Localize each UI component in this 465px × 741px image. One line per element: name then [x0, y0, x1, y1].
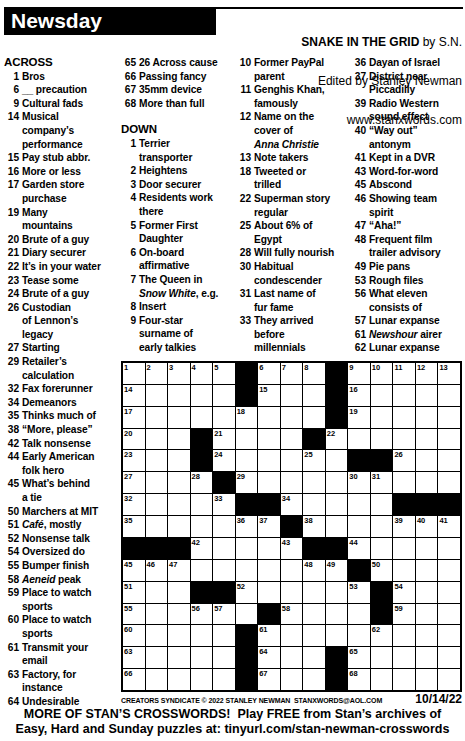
- clue-item: 40“Way out” antonym: [351, 124, 464, 151]
- grid-cell[interactable]: [371, 669, 393, 690]
- grid-cell[interactable]: [326, 625, 348, 646]
- clue-number: 54: [4, 545, 19, 559]
- grid-cell[interactable]: [438, 669, 460, 690]
- grid-cell[interactable]: [438, 472, 460, 493]
- grid-cell[interactable]: [213, 385, 235, 406]
- cell-number: 4: [192, 363, 196, 372]
- grid-cell[interactable]: [438, 582, 460, 603]
- grid-cell[interactable]: 68: [348, 669, 370, 690]
- grid-cell[interactable]: [438, 560, 460, 581]
- grid-cell[interactable]: [168, 385, 190, 406]
- clue-item: 47“Aha!”: [351, 219, 464, 233]
- grid-cell[interactable]: [326, 604, 348, 625]
- grid-cell[interactable]: 62: [371, 625, 393, 646]
- grid-cell[interactable]: 1: [123, 363, 145, 384]
- grid-cell[interactable]: [303, 407, 325, 428]
- cell-number: 57: [214, 604, 222, 613]
- cell-number: 20: [124, 429, 132, 438]
- clue-text: Passing fancy: [139, 70, 206, 84]
- clue-number: 19: [4, 206, 19, 233]
- clue-number: 39: [351, 97, 366, 124]
- grid-cell[interactable]: [416, 407, 438, 428]
- clue-text: Thinks much of: [22, 409, 96, 423]
- grid-cell[interactable]: [416, 560, 438, 581]
- clue-text: Lunar expanse: [369, 341, 440, 355]
- grid-cell[interactable]: [393, 385, 415, 406]
- grid-cell[interactable]: [348, 625, 370, 646]
- grid-cell[interactable]: [258, 450, 280, 471]
- clue-column-2: 6526 Across cause66Passing fancy6735mm d…: [121, 56, 233, 354]
- grid-cell[interactable]: 18: [236, 407, 258, 428]
- grid-cell[interactable]: [393, 669, 415, 690]
- grid-cell[interactable]: [213, 516, 235, 537]
- grid-cell[interactable]: [258, 560, 280, 581]
- grid-cell[interactable]: [191, 494, 213, 515]
- clue-text: Brute of a guy: [22, 287, 89, 301]
- grid-cell[interactable]: [281, 669, 303, 690]
- clue-column-4: 36Dayan of Israel37District near Piccadi…: [351, 56, 464, 355]
- grid-cell[interactable]: 32: [123, 494, 145, 515]
- grid-cell[interactable]: 31: [371, 472, 393, 493]
- grid-cell[interactable]: [348, 429, 370, 450]
- footer-line-2: Easy, Hard and Sunday puzzles at: tinyur…: [0, 722, 465, 737]
- grid-cell[interactable]: [348, 604, 370, 625]
- grid-cell[interactable]: 67: [258, 669, 280, 690]
- grid-cell[interactable]: [281, 472, 303, 493]
- grid-cell[interactable]: [326, 516, 348, 537]
- grid-cell-black: [281, 516, 303, 537]
- grid-cell[interactable]: 5: [213, 363, 235, 384]
- grid-cell[interactable]: 50: [371, 560, 393, 581]
- cell-number: 60: [124, 625, 132, 634]
- clue-item: 32Fax forerunner: [4, 382, 120, 396]
- grid-cell[interactable]: [258, 582, 280, 603]
- clue-text: Diary securer: [22, 246, 86, 260]
- grid-cell[interactable]: [393, 560, 415, 581]
- grid-cell[interactable]: 49: [326, 560, 348, 581]
- grid-cell[interactable]: [281, 407, 303, 428]
- clue-text: District near Piccadilly: [369, 70, 427, 97]
- grid-cell[interactable]: [236, 450, 258, 471]
- clue-text: Will fully nourish: [254, 246, 334, 260]
- clue-number: 18: [236, 165, 251, 192]
- clue-text: Oversized do: [22, 545, 85, 559]
- grid-cell[interactable]: [146, 472, 168, 493]
- clue-text: Former PayPal parent: [254, 56, 324, 83]
- clue-text: What eleven consists of: [369, 287, 427, 314]
- clue-text: Cultural fads: [22, 97, 83, 111]
- clue-item: 61Newshour airer: [351, 328, 464, 342]
- grid-cell[interactable]: 53: [348, 582, 370, 603]
- grid-cell[interactable]: [191, 647, 213, 668]
- grid-cell[interactable]: [371, 647, 393, 668]
- grid-cell[interactable]: [281, 582, 303, 603]
- grid-cell[interactable]: [303, 582, 325, 603]
- grid-cell[interactable]: 33: [213, 494, 235, 515]
- copyright-line: CREATORS SYNDICATE © 2022 STANLEY NEWMAN…: [121, 692, 462, 706]
- cell-number: 2: [147, 363, 151, 372]
- grid-cell[interactable]: [348, 516, 370, 537]
- grid-cell[interactable]: [416, 472, 438, 493]
- clue-number: 8: [121, 300, 136, 314]
- grid-cell[interactable]: [416, 538, 438, 559]
- grid-cell[interactable]: 14: [123, 385, 145, 406]
- clue-number: 45: [351, 178, 366, 192]
- grid-cell[interactable]: 45: [123, 560, 145, 581]
- clue-number: 1: [4, 70, 19, 84]
- grid-cell[interactable]: 44: [348, 538, 370, 559]
- clue-text: Rough files: [369, 274, 423, 288]
- clue-item: 6735mm device: [121, 83, 233, 97]
- grid-cell[interactable]: [348, 494, 370, 515]
- grid-cell[interactable]: 56: [191, 604, 213, 625]
- grid-cell[interactable]: 58: [281, 604, 303, 625]
- clue-number: 23: [4, 274, 19, 288]
- clue-item: 54Oversized do: [4, 545, 120, 559]
- cell-number: 31: [372, 472, 380, 481]
- grid-cell-black: [348, 450, 370, 471]
- grid-cell[interactable]: 7: [281, 363, 303, 384]
- grid-cell[interactable]: [168, 604, 190, 625]
- grid-cell[interactable]: 57: [213, 604, 235, 625]
- grid-cell[interactable]: [281, 450, 303, 471]
- clue-text: Retailer’s calculation: [22, 355, 74, 382]
- clue-number: 63: [4, 668, 19, 695]
- clue-text: Nonsense talk: [22, 532, 90, 546]
- clue-text: Heightens: [139, 164, 187, 178]
- clue-number: 22: [4, 260, 19, 274]
- grid-cell[interactable]: [258, 472, 280, 493]
- cell-number: 28: [192, 472, 200, 481]
- grid-cell[interactable]: [213, 560, 235, 581]
- grid-cell[interactable]: [168, 669, 190, 690]
- grid-cell[interactable]: [168, 472, 190, 493]
- grid-cell[interactable]: [191, 385, 213, 406]
- grid-cell[interactable]: [303, 472, 325, 493]
- grid-cell[interactable]: [393, 647, 415, 668]
- grid-cell[interactable]: [326, 494, 348, 515]
- grid-cell[interactable]: 41: [438, 516, 460, 537]
- grid-cell[interactable]: [371, 516, 393, 537]
- clue-item: 51Café, mostly: [4, 518, 120, 532]
- grid-cell[interactable]: [281, 385, 303, 406]
- grid-cell-black: [371, 604, 393, 625]
- grid-cell[interactable]: 8: [303, 363, 325, 384]
- cell-number: 24: [214, 450, 222, 459]
- clue-text: Residents work there: [139, 191, 213, 218]
- grid-cell[interactable]: [191, 625, 213, 646]
- clue-number: 41: [351, 151, 366, 165]
- grid-cell[interactable]: 60: [123, 625, 145, 646]
- grid-cell[interactable]: [146, 647, 168, 668]
- grid-cell[interactable]: [146, 450, 168, 471]
- grid-cell-black: [348, 560, 370, 581]
- grid-cell[interactable]: [258, 538, 280, 559]
- grid-cell-black: [326, 538, 348, 559]
- grid-cell[interactable]: [303, 647, 325, 668]
- grid-cell[interactable]: 37: [258, 516, 280, 537]
- grid-cell[interactable]: [258, 407, 280, 428]
- grid-cell[interactable]: [146, 625, 168, 646]
- clue-number: 22: [236, 192, 251, 219]
- grid-cell[interactable]: [191, 516, 213, 537]
- grid-cell[interactable]: 30: [348, 472, 370, 493]
- clue-text: Brute of a guy: [22, 233, 89, 247]
- grid-cell[interactable]: [416, 647, 438, 668]
- grid-cell[interactable]: [371, 407, 393, 428]
- grid-cell[interactable]: [213, 625, 235, 646]
- grid-cell[interactable]: [236, 538, 258, 559]
- grid-cell-black: [416, 494, 438, 515]
- grid-cell[interactable]: [168, 450, 190, 471]
- cell-number: 37: [259, 516, 267, 525]
- grid-cell[interactable]: 15: [258, 385, 280, 406]
- grid-cell[interactable]: 64: [258, 647, 280, 668]
- cell-number: 7: [282, 363, 286, 372]
- grid-cell[interactable]: [303, 385, 325, 406]
- grid-cell[interactable]: 24: [213, 450, 235, 471]
- clue-text: Café, mostly: [22, 518, 81, 532]
- cell-number: 39: [394, 516, 402, 525]
- clue-number: 65: [121, 56, 136, 70]
- grid-cell[interactable]: 27: [123, 472, 145, 493]
- puzzle-title-line: SNAKE IN THE GRID by S.N.: [301, 36, 462, 49]
- grid-cell[interactable]: 22: [326, 429, 348, 450]
- clue-text: Early American folk hero: [22, 450, 94, 477]
- clue-text: Kept in a DVR: [369, 151, 435, 165]
- cell-number: 30: [349, 472, 357, 481]
- grid-cell[interactable]: [438, 538, 460, 559]
- grid-cell[interactable]: [168, 429, 190, 450]
- clue-text: More or less: [22, 165, 81, 179]
- grid-cell[interactable]: [168, 582, 190, 603]
- down-header: DOWN: [121, 123, 233, 137]
- grid-cell[interactable]: 12: [416, 363, 438, 384]
- grid-cell[interactable]: [281, 625, 303, 646]
- grid-cell[interactable]: [393, 538, 415, 559]
- grid-cell[interactable]: [303, 604, 325, 625]
- grid-cell[interactable]: 23: [123, 450, 145, 471]
- grid-cell[interactable]: 63: [123, 647, 145, 668]
- grid-cell[interactable]: 10: [371, 363, 393, 384]
- grid-cell[interactable]: [168, 407, 190, 428]
- grid-cell[interactable]: [416, 429, 438, 450]
- clue-number: 66: [121, 70, 136, 84]
- grid-cell-black: [191, 582, 213, 603]
- grid-cell[interactable]: [168, 494, 190, 515]
- grid-cell[interactable]: [168, 625, 190, 646]
- grid-cell[interactable]: [146, 429, 168, 450]
- clue-item: 16More or less: [4, 165, 120, 179]
- clue-item: 2Heightens: [121, 164, 233, 178]
- grid-cell[interactable]: [281, 647, 303, 668]
- grid-cell[interactable]: 47: [168, 560, 190, 581]
- clue-item: 53Rough files: [351, 274, 464, 288]
- grid-cell[interactable]: [191, 407, 213, 428]
- grid-cell[interactable]: [393, 472, 415, 493]
- grid-cell[interactable]: 46: [146, 560, 168, 581]
- grid-cell-black: [213, 582, 235, 603]
- grid-cell[interactable]: [438, 647, 460, 668]
- grid-cell[interactable]: [438, 407, 460, 428]
- grid-cell-black: [258, 494, 280, 515]
- grid-cell[interactable]: [146, 407, 168, 428]
- grid-cell[interactable]: [438, 604, 460, 625]
- grid-cell[interactable]: [438, 450, 460, 471]
- grid-cell[interactable]: [416, 625, 438, 646]
- clue-number: 51: [4, 518, 19, 532]
- grid-cell[interactable]: 40: [416, 516, 438, 537]
- clue-item: 15Pay stub abbr.: [4, 151, 120, 165]
- grid-cell[interactable]: 20: [123, 429, 145, 450]
- clue-number: 21: [4, 246, 19, 260]
- grid-cell[interactable]: [168, 516, 190, 537]
- clue-number: 40: [351, 124, 366, 151]
- clue-number: 55: [4, 559, 19, 573]
- grid-cell[interactable]: 28: [191, 472, 213, 493]
- grid-cell-black: [168, 538, 190, 559]
- grid-cell[interactable]: [146, 604, 168, 625]
- grid-cell[interactable]: [416, 669, 438, 690]
- grid-cell[interactable]: 4: [191, 363, 213, 384]
- clue-text: Pie pans: [369, 260, 410, 274]
- grid-cell[interactable]: [416, 385, 438, 406]
- grid-cell[interactable]: 65: [348, 647, 370, 668]
- clue-item: 6526 Across cause: [121, 56, 233, 70]
- grid-cell[interactable]: [168, 647, 190, 668]
- cell-number: 3: [169, 363, 173, 372]
- grid-cell[interactable]: 42: [191, 538, 213, 559]
- grid-cell[interactable]: 51: [123, 582, 145, 603]
- grid-cell[interactable]: [191, 560, 213, 581]
- clue-item: 10Former PayPal parent: [236, 56, 348, 83]
- grid-cell[interactable]: [326, 472, 348, 493]
- top-rule: [216, 7, 463, 9]
- page-title: Newsday Crossword: [11, 9, 121, 60]
- clue-text: Place to watch sports: [22, 586, 91, 613]
- clue-item: 43Word-for-word: [351, 165, 464, 179]
- grid-cell[interactable]: 6: [258, 363, 280, 384]
- grid-cell[interactable]: [303, 625, 325, 646]
- clue-item: 60Place to watch sports: [4, 613, 120, 640]
- grid-cell[interactable]: 48: [303, 560, 325, 581]
- clue-item: 35Thinks much of: [4, 409, 120, 423]
- grid-cell[interactable]: [281, 560, 303, 581]
- grid-cell[interactable]: [438, 429, 460, 450]
- grid-cell[interactable]: [438, 385, 460, 406]
- grid-cell[interactable]: [416, 582, 438, 603]
- grid-cell[interactable]: 35: [123, 516, 145, 537]
- grid-cell-black: [146, 538, 168, 559]
- grid-cell[interactable]: 2: [146, 363, 168, 384]
- grid-cell[interactable]: [146, 494, 168, 515]
- grid-cell[interactable]: 43: [281, 538, 303, 559]
- grid-cell[interactable]: [281, 429, 303, 450]
- grid-cell[interactable]: [258, 429, 280, 450]
- clue-item: 50Marchers at MIT: [4, 505, 120, 519]
- crossword-page: Newsday Crossword SNAKE IN THE GRID by S…: [0, 0, 465, 741]
- grid-cell[interactable]: [213, 407, 235, 428]
- grid-cell[interactable]: [326, 582, 348, 603]
- grid-cell[interactable]: [371, 494, 393, 515]
- grid-cell[interactable]: [236, 429, 258, 450]
- grid-cell[interactable]: 34: [281, 494, 303, 515]
- grid-cell[interactable]: [371, 538, 393, 559]
- grid-cell[interactable]: 61: [258, 625, 280, 646]
- grid-cell[interactable]: 26: [393, 450, 415, 471]
- clue-number: 59: [4, 586, 19, 613]
- clue-number: 27: [4, 341, 19, 355]
- cell-number: 51: [124, 582, 132, 591]
- clue-number: 33: [236, 314, 251, 355]
- clue-text: Demeanors: [22, 396, 77, 410]
- clue-text: Many mountains: [22, 206, 73, 233]
- clue-number: 48: [351, 233, 366, 260]
- grid-cell[interactable]: 17: [123, 407, 145, 428]
- grid-cell[interactable]: [326, 450, 348, 471]
- grid-cell[interactable]: [146, 385, 168, 406]
- grid-cell[interactable]: 39: [393, 516, 415, 537]
- clue-item: 26Custodian of Lennon’s legacy: [4, 301, 120, 342]
- cell-number: 9: [349, 363, 353, 372]
- grid-cell[interactable]: 13: [438, 363, 460, 384]
- grid-cell[interactable]: 16: [348, 385, 370, 406]
- grid-cell[interactable]: [213, 647, 235, 668]
- grid-cell[interactable]: 36: [236, 516, 258, 537]
- grid-cell[interactable]: [416, 604, 438, 625]
- grid-cell[interactable]: 54: [393, 582, 415, 603]
- clue-number: 34: [4, 396, 19, 410]
- grid-cell[interactable]: 25: [303, 450, 325, 471]
- grid-cell[interactable]: [371, 429, 393, 450]
- grid-cell[interactable]: 29: [236, 472, 258, 493]
- grid-cell[interactable]: 3: [168, 363, 190, 384]
- grid-cell[interactable]: [191, 669, 213, 690]
- clue-text: Dayan of Israel: [369, 56, 440, 70]
- grid-cell[interactable]: 21: [213, 429, 235, 450]
- clue-number: 67: [121, 83, 136, 97]
- clue-number: 68: [121, 97, 136, 111]
- grid-cell[interactable]: [213, 538, 235, 559]
- grid-cell[interactable]: [393, 625, 415, 646]
- grid-cell[interactable]: 66: [123, 669, 145, 690]
- grid-cell[interactable]: 9: [348, 363, 370, 384]
- grid-cell[interactable]: [303, 669, 325, 690]
- grid-cell[interactable]: [213, 669, 235, 690]
- grid-cell[interactable]: 11: [393, 363, 415, 384]
- grid-cell[interactable]: [393, 407, 415, 428]
- grid-cell[interactable]: [303, 494, 325, 515]
- cell-number: 18: [237, 407, 245, 416]
- grid-cell[interactable]: 19: [348, 407, 370, 428]
- grid-cell[interactable]: [146, 669, 168, 690]
- grid-cell[interactable]: 52: [236, 582, 258, 603]
- grid-cell[interactable]: [146, 582, 168, 603]
- grid-cell[interactable]: [236, 604, 258, 625]
- clue-item: 45Abscond: [351, 178, 464, 192]
- grid-cell[interactable]: 38: [303, 516, 325, 537]
- grid-cell[interactable]: [146, 516, 168, 537]
- grid-cell[interactable]: 55: [123, 604, 145, 625]
- clue-number: 56: [351, 287, 366, 314]
- grid-cell[interactable]: [236, 560, 258, 581]
- grid-cell[interactable]: [393, 429, 415, 450]
- grid-cell[interactable]: 59: [393, 604, 415, 625]
- grid-cell[interactable]: [416, 450, 438, 471]
- grid-cell[interactable]: [438, 625, 460, 646]
- grid-cell-black: [236, 385, 258, 406]
- grid-cell[interactable]: [371, 385, 393, 406]
